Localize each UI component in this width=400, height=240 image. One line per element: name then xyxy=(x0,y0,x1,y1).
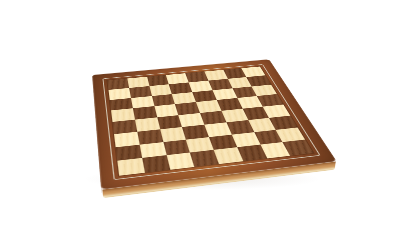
square-f2 xyxy=(231,132,260,147)
square-a1 xyxy=(117,158,144,176)
square-c2 xyxy=(163,139,190,155)
square-h2 xyxy=(276,127,305,142)
square-e2 xyxy=(209,134,237,150)
square-b3 xyxy=(137,129,163,144)
square-f3 xyxy=(226,120,254,134)
square-h1 xyxy=(283,139,314,155)
square-c3 xyxy=(160,127,186,142)
square-d3 xyxy=(182,124,209,139)
square-a2 xyxy=(116,144,142,160)
square-g3 xyxy=(248,118,276,132)
square-c4 xyxy=(157,115,182,129)
square-b2 xyxy=(139,142,166,158)
chess-board xyxy=(92,59,337,189)
square-c1 xyxy=(166,152,194,169)
square-e1 xyxy=(214,147,243,164)
product-photo xyxy=(0,0,400,240)
square-a5 xyxy=(111,108,135,121)
square-c5 xyxy=(154,104,178,117)
square-b5 xyxy=(133,106,157,119)
playing-area xyxy=(107,66,313,175)
photo-scene xyxy=(0,0,400,240)
square-b1 xyxy=(142,155,170,172)
square-d1 xyxy=(190,150,219,167)
square-f1 xyxy=(237,145,267,161)
square-a4 xyxy=(112,119,137,133)
square-g1 xyxy=(260,142,290,158)
square-b8 xyxy=(127,77,149,88)
square-h3 xyxy=(269,115,297,129)
square-d2 xyxy=(186,137,214,153)
square-b4 xyxy=(135,117,160,131)
square-g2 xyxy=(254,129,283,144)
square-d4 xyxy=(179,113,205,127)
square-e3 xyxy=(204,122,231,137)
square-a3 xyxy=(114,131,139,146)
